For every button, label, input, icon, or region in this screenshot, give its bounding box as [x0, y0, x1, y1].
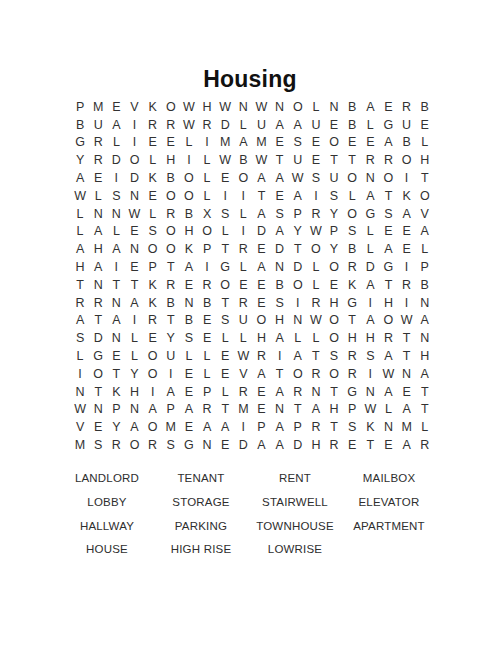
grid-cell[interactable]: U	[325, 169, 343, 187]
grid-cell[interactable]: R	[325, 436, 343, 454]
grid-cell[interactable]: T	[379, 187, 397, 205]
grid-cell[interactable]: W	[379, 365, 397, 383]
grid-cell[interactable]: Y	[125, 365, 143, 383]
grid-cell[interactable]: E	[180, 383, 198, 401]
grid-cell[interactable]: E	[125, 223, 143, 241]
grid-cell[interactable]: H	[125, 383, 143, 401]
grid-cell[interactable]: P	[71, 98, 89, 116]
grid-cell[interactable]: T	[89, 383, 107, 401]
grid-cell[interactable]: E	[216, 169, 234, 187]
grid-cell[interactable]: A	[162, 383, 180, 401]
grid-cell[interactable]: T	[107, 365, 125, 383]
grid-cell[interactable]: T	[379, 276, 397, 294]
grid-cell[interactable]: S	[307, 169, 325, 187]
grid-cell[interactable]: M	[234, 401, 252, 419]
grid-cell[interactable]: H	[271, 312, 289, 330]
grid-cell[interactable]: A	[216, 418, 234, 436]
grid-cell[interactable]: N	[325, 98, 343, 116]
grid-cell[interactable]: A	[361, 276, 379, 294]
grid-cell[interactable]: H	[198, 98, 216, 116]
grid-cell[interactable]: G	[379, 116, 397, 134]
grid-cell[interactable]: Y	[71, 151, 89, 169]
grid-cell[interactable]: O	[325, 365, 343, 383]
grid-cell[interactable]: A	[271, 383, 289, 401]
grid-cell[interactable]: L	[416, 240, 434, 258]
grid-cell[interactable]: L	[89, 187, 107, 205]
grid-cell[interactable]: L	[289, 329, 307, 347]
grid-cell[interactable]: L	[234, 116, 252, 134]
grid-cell[interactable]: D	[361, 258, 379, 276]
grid-cell[interactable]: T	[343, 151, 361, 169]
grid-cell[interactable]: W	[252, 151, 270, 169]
grid-cell[interactable]: R	[361, 151, 379, 169]
grid-cell[interactable]: A	[252, 436, 270, 454]
grid-cell[interactable]: U	[252, 116, 270, 134]
grid-cell[interactable]: B	[416, 276, 434, 294]
grid-cell[interactable]: E	[271, 134, 289, 152]
grid-cell[interactable]: N	[198, 436, 216, 454]
grid-cell[interactable]: P	[144, 258, 162, 276]
grid-cell[interactable]: L	[307, 276, 325, 294]
grid-cell[interactable]: E	[379, 98, 397, 116]
grid-cell[interactable]: N	[180, 294, 198, 312]
grid-cell[interactable]: A	[252, 258, 270, 276]
grid-cell[interactable]: I	[125, 134, 143, 152]
grid-cell[interactable]: O	[144, 418, 162, 436]
grid-cell[interactable]: B	[71, 116, 89, 134]
grid-cell[interactable]: K	[361, 418, 379, 436]
grid-cell[interactable]: A	[398, 436, 416, 454]
grid-cell[interactable]: I	[398, 258, 416, 276]
grid-cell[interactable]: A	[271, 116, 289, 134]
grid-cell[interactable]: Y	[325, 205, 343, 223]
grid-cell[interactable]: M	[252, 134, 270, 152]
grid-cell[interactable]: E	[180, 276, 198, 294]
grid-cell[interactable]: I	[289, 294, 307, 312]
word-search-grid[interactable]: PMEVKOWHWNWNOLNBAERBBUAIRRWRDLUAAUEBLGUE…	[71, 98, 434, 454]
grid-cell[interactable]: S	[144, 223, 162, 241]
grid-cell[interactable]: K	[144, 276, 162, 294]
grid-cell[interactable]: B	[398, 134, 416, 152]
grid-cell[interactable]: I	[162, 365, 180, 383]
grid-cell[interactable]: T	[216, 240, 234, 258]
grid-cell[interactable]: A	[361, 98, 379, 116]
grid-cell[interactable]: K	[398, 187, 416, 205]
grid-cell[interactable]: G	[343, 294, 361, 312]
grid-cell[interactable]: W	[71, 401, 89, 419]
grid-cell[interactable]: P	[198, 383, 216, 401]
grid-cell[interactable]: H	[71, 258, 89, 276]
grid-cell[interactable]: I	[107, 169, 125, 187]
grid-cell[interactable]: T	[398, 347, 416, 365]
grid-cell[interactable]: E	[398, 240, 416, 258]
grid-cell[interactable]: E	[252, 383, 270, 401]
grid-cell[interactable]: L	[234, 329, 252, 347]
grid-cell[interactable]: N	[107, 205, 125, 223]
grid-cell[interactable]: D	[107, 151, 125, 169]
grid-cell[interactable]: P	[289, 418, 307, 436]
grid-cell[interactable]: W	[307, 312, 325, 330]
grid-cell[interactable]: L	[198, 347, 216, 365]
grid-cell[interactable]: O	[162, 98, 180, 116]
grid-cell[interactable]: B	[198, 294, 216, 312]
grid-cell[interactable]: U	[234, 312, 252, 330]
grid-cell[interactable]: N	[271, 258, 289, 276]
grid-cell[interactable]: E	[325, 116, 343, 134]
grid-cell[interactable]: B	[234, 151, 252, 169]
grid-cell[interactable]: R	[234, 240, 252, 258]
grid-cell[interactable]: T	[162, 258, 180, 276]
grid-cell[interactable]: R	[379, 151, 397, 169]
grid-cell[interactable]: H	[379, 294, 397, 312]
grid-cell[interactable]: A	[180, 401, 198, 419]
grid-cell[interactable]: I	[271, 347, 289, 365]
grid-cell[interactable]: R	[89, 294, 107, 312]
grid-cell[interactable]: E	[379, 223, 397, 241]
grid-cell[interactable]: T	[416, 169, 434, 187]
grid-cell[interactable]: U	[398, 116, 416, 134]
grid-cell[interactable]: T	[125, 276, 143, 294]
grid-cell[interactable]: L	[71, 223, 89, 241]
grid-cell[interactable]: T	[361, 436, 379, 454]
grid-cell[interactable]: H	[416, 151, 434, 169]
grid-cell[interactable]: O	[325, 329, 343, 347]
grid-cell[interactable]: N	[271, 98, 289, 116]
grid-cell[interactable]: N	[361, 169, 379, 187]
grid-cell[interactable]: R	[198, 401, 216, 419]
grid-cell[interactable]: T	[216, 401, 234, 419]
grid-cell[interactable]: L	[71, 347, 89, 365]
grid-cell[interactable]: O	[234, 169, 252, 187]
grid-cell[interactable]: R	[107, 436, 125, 454]
grid-cell[interactable]: S	[71, 329, 89, 347]
grid-cell[interactable]: A	[71, 240, 89, 258]
grid-cell[interactable]: L	[125, 347, 143, 365]
grid-cell[interactable]: O	[252, 312, 270, 330]
grid-cell[interactable]: M	[398, 418, 416, 436]
grid-cell[interactable]: A	[416, 223, 434, 241]
grid-cell[interactable]: L	[144, 205, 162, 223]
grid-cell[interactable]: N	[89, 205, 107, 223]
grid-cell[interactable]: K	[144, 169, 162, 187]
grid-cell[interactable]: T	[325, 383, 343, 401]
grid-cell[interactable]: N	[89, 401, 107, 419]
grid-cell[interactable]: A	[144, 401, 162, 419]
grid-cell[interactable]: K	[180, 240, 198, 258]
grid-cell[interactable]: L	[307, 258, 325, 276]
grid-cell[interactable]: O	[125, 151, 143, 169]
grid-cell[interactable]: R	[162, 205, 180, 223]
grid-cell[interactable]: P	[198, 240, 216, 258]
grid-cell[interactable]: B	[180, 205, 198, 223]
grid-cell[interactable]: L	[307, 98, 325, 116]
grid-cell[interactable]: D	[234, 436, 252, 454]
grid-cell[interactable]: W	[216, 151, 234, 169]
grid-cell[interactable]: B	[343, 240, 361, 258]
grid-cell[interactable]: U	[289, 151, 307, 169]
grid-cell[interactable]: P	[289, 205, 307, 223]
grid-cell[interactable]: A	[271, 169, 289, 187]
grid-cell[interactable]: O	[144, 240, 162, 258]
grid-cell[interactable]: Y	[289, 223, 307, 241]
grid-cell[interactable]: I	[71, 365, 89, 383]
grid-cell[interactable]: K	[144, 294, 162, 312]
grid-cell[interactable]: A	[71, 312, 89, 330]
grid-cell[interactable]: E	[144, 134, 162, 152]
grid-cell[interactable]: G	[89, 347, 107, 365]
grid-cell[interactable]: R	[307, 418, 325, 436]
grid-cell[interactable]: I	[107, 258, 125, 276]
grid-cell[interactable]: A	[234, 134, 252, 152]
grid-cell[interactable]: X	[198, 205, 216, 223]
grid-cell[interactable]: R	[343, 347, 361, 365]
grid-cell[interactable]: K	[144, 98, 162, 116]
grid-cell[interactable]: N	[271, 401, 289, 419]
grid-cell[interactable]: A	[107, 312, 125, 330]
grid-cell[interactable]: V	[234, 365, 252, 383]
grid-cell[interactable]: R	[343, 258, 361, 276]
grid-cell[interactable]: O	[289, 276, 307, 294]
grid-cell[interactable]: E	[398, 223, 416, 241]
grid-cell[interactable]: B	[162, 169, 180, 187]
grid-cell[interactable]: R	[89, 134, 107, 152]
grid-cell[interactable]: L	[234, 205, 252, 223]
grid-cell[interactable]: E	[379, 436, 397, 454]
grid-cell[interactable]: S	[89, 436, 107, 454]
grid-cell[interactable]: R	[289, 383, 307, 401]
grid-cell[interactable]: R	[252, 347, 270, 365]
grid-cell[interactable]: E	[216, 347, 234, 365]
grid-cell[interactable]: T	[271, 365, 289, 383]
grid-cell[interactable]: L	[307, 329, 325, 347]
grid-cell[interactable]: S	[343, 418, 361, 436]
grid-cell[interactable]: L	[71, 205, 89, 223]
grid-cell[interactable]: E	[252, 401, 270, 419]
grid-cell[interactable]: E	[234, 276, 252, 294]
grid-cell[interactable]: H	[325, 401, 343, 419]
grid-cell[interactable]: D	[125, 169, 143, 187]
grid-cell[interactable]: B	[162, 294, 180, 312]
grid-cell[interactable]: P	[416, 258, 434, 276]
grid-cell[interactable]: L	[144, 151, 162, 169]
grid-cell[interactable]: E	[398, 383, 416, 401]
grid-cell[interactable]: E	[271, 187, 289, 205]
grid-cell[interactable]: A	[198, 418, 216, 436]
grid-cell[interactable]: R	[144, 312, 162, 330]
grid-cell[interactable]: B	[343, 98, 361, 116]
grid-cell[interactable]: R	[398, 98, 416, 116]
grid-cell[interactable]: A	[289, 347, 307, 365]
grid-cell[interactable]: L	[361, 223, 379, 241]
grid-cell[interactable]: D	[252, 223, 270, 241]
grid-cell[interactable]: U	[89, 116, 107, 134]
grid-cell[interactable]: N	[307, 383, 325, 401]
grid-cell[interactable]: O	[343, 169, 361, 187]
grid-cell[interactable]: I	[125, 312, 143, 330]
grid-cell[interactable]: W	[307, 223, 325, 241]
grid-cell[interactable]: B	[271, 276, 289, 294]
grid-cell[interactable]: M	[71, 436, 89, 454]
grid-cell[interactable]: N	[416, 294, 434, 312]
grid-cell[interactable]: A	[361, 187, 379, 205]
grid-cell[interactable]: A	[89, 223, 107, 241]
grid-cell[interactable]: T	[89, 312, 107, 330]
grid-cell[interactable]: N	[416, 329, 434, 347]
grid-cell[interactable]: L	[198, 187, 216, 205]
grid-cell[interactable]: Y	[107, 418, 125, 436]
grid-cell[interactable]: R	[71, 294, 89, 312]
grid-cell[interactable]: E	[216, 365, 234, 383]
grid-cell[interactable]: G	[216, 258, 234, 276]
grid-cell[interactable]: A	[416, 365, 434, 383]
grid-cell[interactable]: H	[180, 223, 198, 241]
grid-cell[interactable]: M	[89, 98, 107, 116]
grid-cell[interactable]: D	[289, 436, 307, 454]
grid-cell[interactable]: N	[125, 187, 143, 205]
grid-cell[interactable]: I	[234, 187, 252, 205]
grid-cell[interactable]: G	[361, 205, 379, 223]
grid-cell[interactable]: G	[180, 436, 198, 454]
grid-cell[interactable]: O	[125, 436, 143, 454]
grid-cell[interactable]: A	[271, 329, 289, 347]
grid-cell[interactable]: G	[71, 134, 89, 152]
grid-cell[interactable]: S	[325, 347, 343, 365]
grid-cell[interactable]: E	[252, 240, 270, 258]
grid-cell[interactable]: M	[216, 134, 234, 152]
grid-cell[interactable]: N	[71, 383, 89, 401]
grid-cell[interactable]: L	[198, 169, 216, 187]
grid-cell[interactable]: I	[398, 294, 416, 312]
grid-cell[interactable]: L	[343, 187, 361, 205]
grid-cell[interactable]: W	[180, 116, 198, 134]
grid-cell[interactable]: O	[325, 134, 343, 152]
grid-cell[interactable]: T	[416, 383, 434, 401]
grid-cell[interactable]: A	[361, 312, 379, 330]
grid-cell[interactable]: A	[379, 240, 397, 258]
grid-cell[interactable]: L	[216, 383, 234, 401]
grid-cell[interactable]: V	[416, 205, 434, 223]
grid-cell[interactable]: B	[416, 98, 434, 116]
grid-cell[interactable]: L	[361, 240, 379, 258]
grid-cell[interactable]: T	[252, 187, 270, 205]
grid-cell[interactable]: D	[216, 116, 234, 134]
grid-cell[interactable]: O	[307, 240, 325, 258]
grid-cell[interactable]: E	[361, 134, 379, 152]
grid-cell[interactable]: H	[89, 240, 107, 258]
grid-cell[interactable]: A	[289, 116, 307, 134]
grid-cell[interactable]: H	[162, 151, 180, 169]
grid-cell[interactable]: O	[325, 258, 343, 276]
grid-cell[interactable]: N	[107, 294, 125, 312]
grid-cell[interactable]: T	[325, 418, 343, 436]
grid-cell[interactable]: E	[107, 98, 125, 116]
grid-cell[interactable]: T	[325, 151, 343, 169]
grid-cell[interactable]: B	[180, 312, 198, 330]
grid-cell[interactable]: R	[379, 329, 397, 347]
grid-cell[interactable]: N	[234, 98, 252, 116]
grid-cell[interactable]: S	[343, 223, 361, 241]
grid-cell[interactable]: A	[416, 312, 434, 330]
grid-cell[interactable]: A	[398, 401, 416, 419]
grid-cell[interactable]: L	[198, 365, 216, 383]
grid-cell[interactable]: S	[216, 312, 234, 330]
grid-cell[interactable]: I	[216, 187, 234, 205]
grid-cell[interactable]: W	[180, 98, 198, 116]
grid-cell[interactable]: E	[307, 151, 325, 169]
grid-cell[interactable]: R	[234, 294, 252, 312]
grid-cell[interactable]: E	[144, 329, 162, 347]
grid-cell[interactable]: E	[343, 436, 361, 454]
grid-cell[interactable]: E	[89, 418, 107, 436]
grid-cell[interactable]: I	[198, 258, 216, 276]
grid-cell[interactable]: E	[252, 294, 270, 312]
grid-cell[interactable]: S	[107, 187, 125, 205]
grid-cell[interactable]: W	[125, 205, 143, 223]
grid-cell[interactable]: L	[416, 418, 434, 436]
grid-cell[interactable]: L	[216, 329, 234, 347]
grid-cell[interactable]: A	[379, 383, 397, 401]
grid-cell[interactable]: I	[361, 365, 379, 383]
grid-cell[interactable]: I	[307, 187, 325, 205]
grid-cell[interactable]: K	[343, 276, 361, 294]
grid-cell[interactable]: S	[289, 134, 307, 152]
grid-cell[interactable]: W	[234, 347, 252, 365]
grid-cell[interactable]: N	[89, 276, 107, 294]
grid-cell[interactable]: A	[379, 134, 397, 152]
grid-cell[interactable]: Y	[325, 240, 343, 258]
grid-cell[interactable]: I	[361, 294, 379, 312]
grid-cell[interactable]: L	[180, 134, 198, 152]
grid-cell[interactable]: A	[271, 418, 289, 436]
grid-cell[interactable]: P	[162, 401, 180, 419]
grid-cell[interactable]: A	[271, 436, 289, 454]
grid-cell[interactable]: U	[162, 347, 180, 365]
grid-cell[interactable]: E	[252, 276, 270, 294]
grid-cell[interactable]: N	[398, 365, 416, 383]
grid-cell[interactable]: A	[180, 258, 198, 276]
grid-cell[interactable]: H	[361, 329, 379, 347]
grid-cell[interactable]: B	[343, 116, 361, 134]
grid-cell[interactable]: S	[361, 347, 379, 365]
grid-cell[interactable]: A	[379, 347, 397, 365]
grid-cell[interactable]: O	[89, 365, 107, 383]
grid-cell[interactable]: L	[125, 329, 143, 347]
grid-cell[interactable]: S	[271, 294, 289, 312]
grid-cell[interactable]: O	[198, 223, 216, 241]
grid-cell[interactable]: T	[71, 276, 89, 294]
grid-cell[interactable]: T	[289, 401, 307, 419]
grid-cell[interactable]: S	[379, 205, 397, 223]
grid-cell[interactable]: R	[89, 151, 107, 169]
grid-cell[interactable]: A	[252, 365, 270, 383]
grid-cell[interactable]: N	[361, 383, 379, 401]
grid-cell[interactable]: S	[271, 205, 289, 223]
grid-cell[interactable]: T	[216, 294, 234, 312]
grid-cell[interactable]: E	[162, 134, 180, 152]
grid-cell[interactable]: S	[162, 436, 180, 454]
grid-cell[interactable]: N	[289, 312, 307, 330]
grid-cell[interactable]: N	[125, 240, 143, 258]
grid-cell[interactable]: A	[289, 187, 307, 205]
grid-cell[interactable]: S	[180, 329, 198, 347]
grid-cell[interactable]: H	[307, 436, 325, 454]
grid-cell[interactable]: A	[271, 223, 289, 241]
grid-cell[interactable]: L	[107, 134, 125, 152]
grid-cell[interactable]: R	[162, 276, 180, 294]
grid-cell[interactable]: A	[125, 294, 143, 312]
grid-cell[interactable]: E	[107, 347, 125, 365]
grid-cell[interactable]: T	[289, 240, 307, 258]
